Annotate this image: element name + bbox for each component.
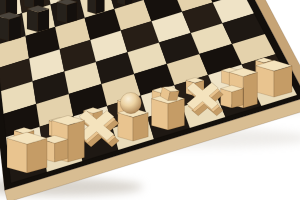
bauhaus-chess-photo <box>0 0 300 200</box>
piece-black-cube-a7[interactable] <box>0 12 21 41</box>
piece-black-cube-b7[interactable] <box>27 6 49 32</box>
chessboard[interactable] <box>0 0 300 200</box>
piece-white-rook-a1[interactable] <box>7 132 47 173</box>
piece-black-cube-d7[interactable] <box>88 0 105 14</box>
piece-white-rook-h1[interactable] <box>256 60 292 97</box>
piece-black-cube-c7[interactable] <box>57 0 77 23</box>
